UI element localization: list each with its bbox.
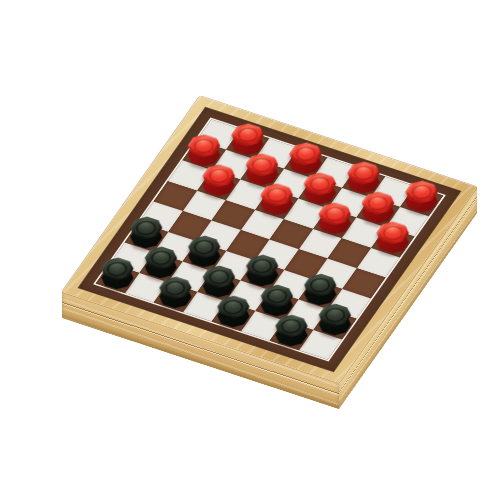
red-piece-d1[interactable] bbox=[285, 140, 325, 168]
checkers-set-photo bbox=[0, 0, 500, 500]
red-piece-h1[interactable] bbox=[401, 178, 441, 206]
board-wooden-frame bbox=[62, 96, 477, 383]
red-piece-b1[interactable] bbox=[227, 121, 267, 149]
red-piece-f1[interactable] bbox=[343, 159, 383, 187]
